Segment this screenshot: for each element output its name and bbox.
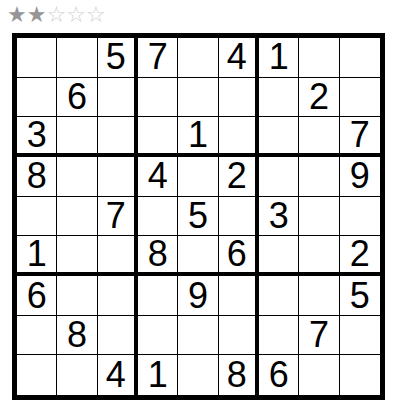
sudoku-cell-r4c7[interactable]	[259, 157, 299, 197]
sudoku-cell-r3c6[interactable]	[219, 117, 259, 157]
sudoku-cell-r7c7[interactable]	[259, 276, 299, 316]
sudoku-cell-r1c4[interactable]: 7	[138, 38, 178, 78]
sudoku-cell-r5c3[interactable]: 7	[98, 197, 138, 237]
sudoku-cell-r8c9[interactable]	[340, 316, 380, 356]
sudoku-cell-r9c9[interactable]	[340, 355, 380, 395]
sudoku-cell-r6c3[interactable]	[98, 236, 138, 276]
sudoku-cell-r5c7[interactable]: 3	[259, 197, 299, 237]
sudoku-cell-r7c9[interactable]: 5	[340, 276, 380, 316]
sudoku-cell-r1c7[interactable]: 1	[259, 38, 299, 78]
sudoku-cell-r6c8[interactable]	[299, 236, 339, 276]
sudoku-cell-r7c1[interactable]: 6	[17, 276, 57, 316]
sudoku-cell-r7c4[interactable]	[138, 276, 178, 316]
sudoku-cell-r7c5[interactable]: 9	[178, 276, 218, 316]
sudoku-cell-r2c8[interactable]: 2	[299, 78, 339, 118]
sudoku-cell-r4c4[interactable]: 4	[138, 157, 178, 197]
sudoku-cell-r9c2[interactable]	[57, 355, 97, 395]
sudoku-cell-r6c6[interactable]: 6	[219, 236, 259, 276]
sudoku-cell-r3c4[interactable]	[138, 117, 178, 157]
sudoku-cell-r5c6[interactable]	[219, 197, 259, 237]
sudoku-cell-r2c5[interactable]	[178, 78, 218, 118]
sudoku-cell-r2c9[interactable]	[340, 78, 380, 118]
sudoku-cell-r1c6[interactable]: 4	[219, 38, 259, 78]
sudoku-cell-r4c1[interactable]: 8	[17, 157, 57, 197]
sudoku-cell-r2c4[interactable]	[138, 78, 178, 118]
sudoku-cell-r8c7[interactable]	[259, 316, 299, 356]
sudoku-cell-r8c2[interactable]: 8	[57, 316, 97, 356]
sudoku-cell-r6c5[interactable]	[178, 236, 218, 276]
sudoku-cell-r9c4[interactable]: 1	[138, 355, 178, 395]
sudoku-cell-r5c9[interactable]	[340, 197, 380, 237]
sudoku-cell-r1c2[interactable]	[57, 38, 97, 78]
sudoku-cell-r3c3[interactable]	[98, 117, 138, 157]
sudoku-cell-r4c6[interactable]: 2	[219, 157, 259, 197]
sudoku-cell-r4c8[interactable]	[299, 157, 339, 197]
sudoku-cell-r1c5[interactable]	[178, 38, 218, 78]
sudoku-cell-r8c5[interactable]	[178, 316, 218, 356]
star-filled-icon: ★	[7, 2, 27, 28]
sudoku-cell-r9c3[interactable]: 4	[98, 355, 138, 395]
star-empty-icon: ☆	[46, 2, 66, 28]
sudoku-cell-r3c8[interactable]	[299, 117, 339, 157]
sudoku-cell-r4c5[interactable]	[178, 157, 218, 197]
sudoku-cell-r1c9[interactable]	[340, 38, 380, 78]
difficulty-rating: ★★☆☆☆	[7, 2, 106, 28]
sudoku-cell-r1c8[interactable]	[299, 38, 339, 78]
sudoku-cell-r9c8[interactable]	[299, 355, 339, 395]
sudoku-cell-r9c1[interactable]	[17, 355, 57, 395]
sudoku-cell-r8c1[interactable]	[17, 316, 57, 356]
sudoku-cell-r2c7[interactable]	[259, 78, 299, 118]
sudoku-cell-r2c2[interactable]: 6	[57, 78, 97, 118]
sudoku-cell-r7c6[interactable]	[219, 276, 259, 316]
sudoku-cell-r3c2[interactable]	[57, 117, 97, 157]
sudoku-cell-r9c5[interactable]	[178, 355, 218, 395]
sudoku-cell-r9c6[interactable]: 8	[219, 355, 259, 395]
sudoku-cell-r2c3[interactable]	[98, 78, 138, 118]
sudoku-board: 57416231784297531862695874186	[12, 33, 385, 400]
sudoku-cell-r8c8[interactable]: 7	[299, 316, 339, 356]
sudoku-cell-r8c3[interactable]	[98, 316, 138, 356]
sudoku-cell-r1c3[interactable]: 5	[98, 38, 138, 78]
sudoku-cell-r2c6[interactable]	[219, 78, 259, 118]
sudoku-cell-r9c7[interactable]: 6	[259, 355, 299, 395]
sudoku-cell-r3c9[interactable]: 7	[340, 117, 380, 157]
sudoku-cell-r5c8[interactable]	[299, 197, 339, 237]
sudoku-cell-r4c9[interactable]: 9	[340, 157, 380, 197]
sudoku-cell-r3c7[interactable]	[259, 117, 299, 157]
sudoku-cell-r6c7[interactable]	[259, 236, 299, 276]
sudoku-cell-r3c1[interactable]: 3	[17, 117, 57, 157]
sudoku-cell-r5c2[interactable]	[57, 197, 97, 237]
sudoku-cell-r6c1[interactable]: 1	[17, 236, 57, 276]
sudoku-cell-r1c1[interactable]	[17, 38, 57, 78]
sudoku-cell-r8c4[interactable]	[138, 316, 178, 356]
star-empty-icon: ☆	[66, 2, 86, 28]
sudoku-cell-r2c1[interactable]	[17, 78, 57, 118]
sudoku-cell-r5c5[interactable]: 5	[178, 197, 218, 237]
sudoku-cell-r5c4[interactable]	[138, 197, 178, 237]
sudoku-cell-r4c3[interactable]	[98, 157, 138, 197]
sudoku-cell-r4c2[interactable]	[57, 157, 97, 197]
star-empty-icon: ☆	[86, 2, 106, 28]
sudoku-cell-r3c5[interactable]: 1	[178, 117, 218, 157]
sudoku-cell-r6c9[interactable]: 2	[340, 236, 380, 276]
sudoku-cell-r7c3[interactable]	[98, 276, 138, 316]
sudoku-cell-r5c1[interactable]	[17, 197, 57, 237]
star-filled-icon: ★	[27, 2, 47, 28]
sudoku-cell-r7c2[interactable]	[57, 276, 97, 316]
sudoku-cell-r6c4[interactable]: 8	[138, 236, 178, 276]
sudoku-cell-r7c8[interactable]	[299, 276, 339, 316]
sudoku-cell-r8c6[interactable]	[219, 316, 259, 356]
sudoku-cell-r6c2[interactable]	[57, 236, 97, 276]
